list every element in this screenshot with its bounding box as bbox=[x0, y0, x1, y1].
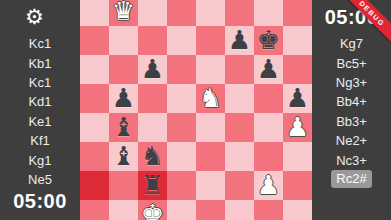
black-king: ♚ bbox=[257, 26, 280, 55]
square-f3[interactable] bbox=[225, 142, 254, 171]
move-black-8: Rc2# bbox=[312, 170, 391, 189]
black-knight: ♞ bbox=[141, 142, 164, 171]
square-g1[interactable] bbox=[254, 200, 283, 220]
square-a4[interactable] bbox=[80, 113, 109, 142]
white-clock: 05:00 bbox=[13, 190, 67, 213]
move-white-8: Ne5 bbox=[0, 170, 80, 189]
square-h3[interactable] bbox=[283, 142, 312, 171]
square-f4[interactable] bbox=[225, 113, 254, 142]
square-a7[interactable] bbox=[80, 26, 109, 55]
square-e7[interactable] bbox=[196, 26, 225, 55]
square-g2[interactable]: ♟ bbox=[254, 171, 283, 200]
square-g3[interactable] bbox=[254, 142, 283, 171]
move-white-5: Ke1 bbox=[0, 112, 80, 131]
square-d7[interactable] bbox=[167, 26, 196, 55]
black-bishop: ♝ bbox=[112, 142, 135, 171]
square-b7[interactable] bbox=[109, 26, 138, 55]
black-moves-panel: 05:00 Kg7Bc5+Ng3+Bb4+Bb3+Ne2+Nc3+Rc2# bbox=[312, 0, 391, 220]
square-e5[interactable]: ♞ bbox=[196, 84, 225, 113]
gear-icon[interactable]: ⚙ bbox=[25, 7, 44, 28]
square-c3[interactable]: ♞ bbox=[138, 142, 167, 171]
square-c4[interactable] bbox=[138, 113, 167, 142]
square-g7[interactable]: ♚ bbox=[254, 26, 283, 55]
square-b8[interactable]: ♛ bbox=[109, 0, 138, 26]
square-h5[interactable]: ♟ bbox=[283, 84, 312, 113]
square-e4[interactable] bbox=[196, 113, 225, 142]
square-g4[interactable] bbox=[254, 113, 283, 142]
square-a8[interactable] bbox=[80, 0, 109, 26]
square-a2[interactable] bbox=[80, 171, 109, 200]
square-a5[interactable] bbox=[80, 84, 109, 113]
white-moves-panel: ⚙ Kc1Kb1Kc1Kd1Ke1Kf1Kg1Ne5 05:00 bbox=[0, 0, 80, 220]
square-h7[interactable] bbox=[283, 26, 312, 55]
move-white-7: Kg1 bbox=[0, 150, 80, 169]
square-c5[interactable] bbox=[138, 84, 167, 113]
white-king: ♚ bbox=[141, 200, 164, 220]
square-d2[interactable] bbox=[167, 171, 196, 200]
square-e3[interactable] bbox=[196, 142, 225, 171]
square-a3[interactable] bbox=[80, 142, 109, 171]
black-pawn: ♟ bbox=[257, 55, 280, 84]
square-a6[interactable] bbox=[80, 55, 109, 84]
square-c6[interactable]: ♟ bbox=[138, 55, 167, 84]
square-g8[interactable] bbox=[254, 0, 283, 26]
move-white-6: Kf1 bbox=[0, 131, 80, 150]
white-knight: ♞ bbox=[199, 84, 222, 113]
square-b5[interactable]: ♟ bbox=[109, 84, 138, 113]
black-pawn: ♟ bbox=[228, 26, 251, 55]
square-d1[interactable] bbox=[167, 200, 196, 220]
square-h6[interactable] bbox=[283, 55, 312, 84]
square-c1[interactable]: ♚ bbox=[138, 200, 167, 220]
square-a1[interactable] bbox=[80, 200, 109, 220]
square-e1[interactable] bbox=[196, 200, 225, 220]
square-b3[interactable]: ♝ bbox=[109, 142, 138, 171]
square-g6[interactable]: ♟ bbox=[254, 55, 283, 84]
chess-board: ♛♟♚♟♟♟♞♟♝♟♝♞♜♟♚ bbox=[80, 0, 312, 220]
move-white-3: Kc1 bbox=[0, 73, 80, 92]
square-f1[interactable] bbox=[225, 200, 254, 220]
square-c2[interactable]: ♜ bbox=[138, 171, 167, 200]
move-black-6: Ne2+ bbox=[312, 131, 391, 150]
move-white-1: Kc1 bbox=[0, 34, 80, 53]
last-move-highlight: Rc2# bbox=[331, 170, 371, 188]
square-c7[interactable] bbox=[138, 26, 167, 55]
settings-row: ⚙ bbox=[0, 0, 80, 34]
square-b6[interactable] bbox=[109, 55, 138, 84]
square-g5[interactable] bbox=[254, 84, 283, 113]
square-f7[interactable]: ♟ bbox=[225, 26, 254, 55]
move-white-2: Kb1 bbox=[0, 53, 80, 72]
square-e2[interactable] bbox=[196, 171, 225, 200]
black-pawn: ♟ bbox=[112, 84, 135, 113]
move-black-4: Bb4+ bbox=[312, 92, 391, 111]
square-h8[interactable] bbox=[283, 0, 312, 26]
black-rook: ♜ bbox=[141, 171, 164, 200]
move-white-4: Kd1 bbox=[0, 92, 80, 111]
square-f5[interactable] bbox=[225, 84, 254, 113]
white-queen: ♛ bbox=[112, 0, 135, 26]
square-b4[interactable]: ♝ bbox=[109, 113, 138, 142]
square-h4[interactable]: ♟ bbox=[283, 113, 312, 142]
square-b1[interactable] bbox=[109, 200, 138, 220]
white-pawn: ♟ bbox=[257, 171, 280, 200]
square-d5[interactable] bbox=[167, 84, 196, 113]
square-d4[interactable] bbox=[167, 113, 196, 142]
square-d8[interactable] bbox=[167, 0, 196, 26]
square-d3[interactable] bbox=[167, 142, 196, 171]
white-clock-row: 05:00 bbox=[0, 190, 80, 216]
move-black-5: Bb3+ bbox=[312, 112, 391, 131]
square-b2[interactable] bbox=[109, 171, 138, 200]
black-move-list: Kg7Bc5+Ng3+Bb4+Bb3+Ne2+Nc3+Rc2# bbox=[312, 34, 391, 189]
square-f2[interactable] bbox=[225, 171, 254, 200]
square-f6[interactable] bbox=[225, 55, 254, 84]
move-black-2: Bc5+ bbox=[312, 53, 391, 72]
square-e8[interactable] bbox=[196, 0, 225, 26]
square-e6[interactable] bbox=[196, 55, 225, 84]
square-h2[interactable] bbox=[283, 171, 312, 200]
move-black-7: Nc3+ bbox=[312, 150, 391, 169]
square-f8[interactable] bbox=[225, 0, 254, 26]
move-black-3: Ng3+ bbox=[312, 73, 391, 92]
move-black-1: Kg7 bbox=[312, 34, 391, 53]
black-pawn: ♟ bbox=[141, 55, 164, 84]
white-pawn: ♟ bbox=[286, 113, 309, 142]
white-move-list: Kc1Kb1Kc1Kd1Ke1Kf1Kg1Ne5 bbox=[0, 34, 80, 189]
black-bishop: ♝ bbox=[112, 113, 135, 142]
square-h1[interactable] bbox=[283, 200, 312, 220]
black-pawn: ♟ bbox=[286, 84, 309, 113]
square-c8[interactable] bbox=[138, 0, 167, 26]
square-d6[interactable] bbox=[167, 55, 196, 84]
